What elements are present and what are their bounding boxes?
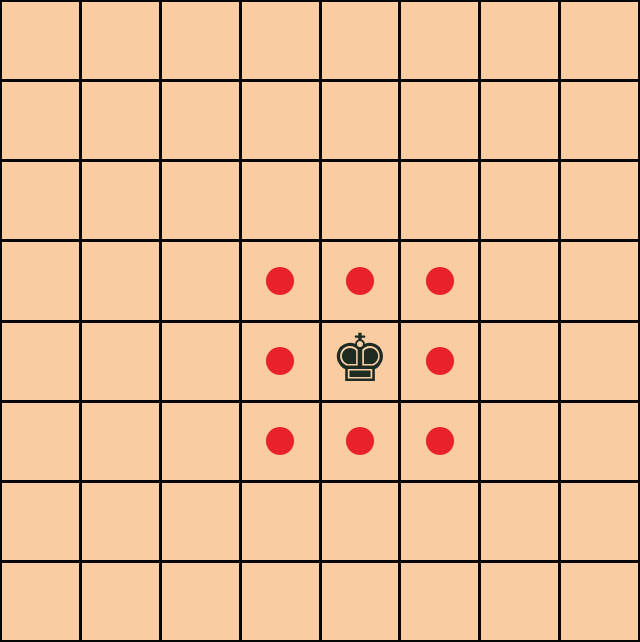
square-e3[interactable] [322,403,399,480]
square-e6[interactable] [322,162,399,239]
legal-move-dot[interactable] [426,267,454,295]
legal-move-dot[interactable] [346,267,374,295]
legal-move-dot[interactable] [346,427,374,455]
square-g5[interactable] [481,242,558,319]
square-g7[interactable] [481,82,558,159]
square-h7[interactable] [561,82,638,159]
square-e4[interactable]: ♚ [322,323,399,400]
square-d2[interactable] [242,483,319,560]
square-d1[interactable] [242,563,319,640]
square-f3[interactable] [401,403,478,480]
square-a5[interactable] [2,242,79,319]
square-g8[interactable] [481,2,558,79]
square-f5[interactable] [401,242,478,319]
square-b1[interactable] [82,563,159,640]
square-d6[interactable] [242,162,319,239]
square-c8[interactable] [162,2,239,79]
legal-move-dot[interactable] [266,347,294,375]
square-g6[interactable] [481,162,558,239]
square-e2[interactable] [322,483,399,560]
square-f6[interactable] [401,162,478,239]
square-b3[interactable] [82,403,159,480]
square-c7[interactable] [162,82,239,159]
square-b5[interactable] [82,242,159,319]
square-f7[interactable] [401,82,478,159]
square-a2[interactable] [2,483,79,560]
square-b6[interactable] [82,162,159,239]
square-c5[interactable] [162,242,239,319]
square-f8[interactable] [401,2,478,79]
square-e7[interactable] [322,82,399,159]
square-d7[interactable] [242,82,319,159]
square-b4[interactable] [82,323,159,400]
square-g3[interactable] [481,403,558,480]
legal-move-dot[interactable] [426,347,454,375]
square-a3[interactable] [2,403,79,480]
square-c2[interactable] [162,483,239,560]
square-b2[interactable] [82,483,159,560]
black-king-icon[interactable]: ♚ [330,326,389,392]
legal-move-dot[interactable] [266,267,294,295]
square-c4[interactable] [162,323,239,400]
square-a1[interactable] [2,563,79,640]
square-g4[interactable] [481,323,558,400]
square-c3[interactable] [162,403,239,480]
square-c1[interactable] [162,563,239,640]
square-a4[interactable] [2,323,79,400]
square-a8[interactable] [2,2,79,79]
square-g1[interactable] [481,563,558,640]
square-b8[interactable] [82,2,159,79]
legal-move-dot[interactable] [266,427,294,455]
square-h4[interactable] [561,323,638,400]
square-c6[interactable] [162,162,239,239]
square-d3[interactable] [242,403,319,480]
square-g2[interactable] [481,483,558,560]
square-h5[interactable] [561,242,638,319]
square-d5[interactable] [242,242,319,319]
square-e5[interactable] [322,242,399,319]
square-h1[interactable] [561,563,638,640]
square-h2[interactable] [561,483,638,560]
square-h8[interactable] [561,2,638,79]
square-f4[interactable] [401,323,478,400]
square-b7[interactable] [82,82,159,159]
square-a6[interactable] [2,162,79,239]
square-f2[interactable] [401,483,478,560]
square-e1[interactable] [322,563,399,640]
square-f1[interactable] [401,563,478,640]
square-h3[interactable] [561,403,638,480]
square-d8[interactable] [242,2,319,79]
square-d4[interactable] [242,323,319,400]
square-e8[interactable] [322,2,399,79]
square-a7[interactable] [2,82,79,159]
square-h6[interactable] [561,162,638,239]
legal-move-dot[interactable] [426,427,454,455]
chess-board: ♚ [0,0,640,642]
